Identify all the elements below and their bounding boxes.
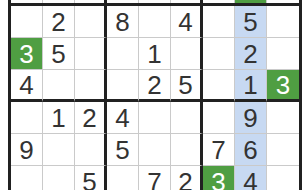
cell-r1c2[interactable]: 2: [43, 6, 75, 38]
cell-r1c5[interactable]: [139, 6, 171, 38]
cell-r3c2[interactable]: [43, 70, 75, 102]
cell-r3c9[interactable]: 3: [267, 70, 299, 102]
cell-r4c3[interactable]: 2: [75, 102, 107, 134]
cell-r2c8[interactable]: 2: [235, 38, 267, 70]
cell-r3c7[interactable]: [203, 70, 235, 102]
cell-r3c8[interactable]: 1: [235, 70, 267, 102]
cell-r4c6[interactable]: [171, 102, 203, 134]
cell-r4c2[interactable]: 1: [43, 102, 75, 134]
cell-r4c5[interactable]: [139, 102, 171, 134]
cell-r3c6[interactable]: 5: [171, 70, 203, 102]
cell-r5c6[interactable]: [171, 134, 203, 166]
cell-r5c5[interactable]: [139, 134, 171, 166]
cell-r3c3[interactable]: [75, 70, 107, 102]
cell-r2c6[interactable]: [171, 38, 203, 70]
cell-r4c9[interactable]: [267, 102, 299, 134]
cell-r1c4[interactable]: 8: [107, 6, 139, 38]
cell-r1c9[interactable]: [267, 6, 299, 38]
cell-r1c1[interactable]: [11, 6, 43, 38]
cell-r2c5[interactable]: 1: [139, 38, 171, 70]
cell-r6c9[interactable]: [267, 166, 299, 190]
cell-r3c4[interactable]: [107, 70, 139, 102]
cell-r5c1[interactable]: 9: [11, 134, 43, 166]
cell-r1c3[interactable]: [75, 6, 107, 38]
cell-r6c4[interactable]: [107, 166, 139, 190]
cell-r5c7[interactable]: 7: [203, 134, 235, 166]
cell-r6c1[interactable]: [11, 166, 43, 190]
sudoku-screen: 28453512425131249957657234: [0, 0, 304, 190]
cell-r5c3[interactable]: [75, 134, 107, 166]
cell-r5c9[interactable]: [267, 134, 299, 166]
cell-r1c7[interactable]: [203, 6, 235, 38]
cell-r5c8[interactable]: 6: [235, 134, 267, 166]
cell-r6c7[interactable]: 3: [203, 166, 235, 190]
cell-r2c1[interactable]: 3: [11, 38, 43, 70]
cell-r2c4[interactable]: [107, 38, 139, 70]
cell-r3c5[interactable]: 2: [139, 70, 171, 102]
cell-r6c5[interactable]: 7: [139, 166, 171, 190]
cell-r2c3[interactable]: [75, 38, 107, 70]
cell-r3c1[interactable]: 4: [11, 70, 43, 102]
cell-r6c3[interactable]: 5: [75, 166, 107, 190]
sudoku-board: 28453512425131249957657234: [8, 6, 302, 190]
cell-r6c6[interactable]: 2: [171, 166, 203, 190]
cell-r1c8[interactable]: 5: [235, 6, 267, 38]
cell-r2c9[interactable]: [267, 38, 299, 70]
cell-r4c8[interactable]: 9: [235, 102, 267, 134]
cell-r4c1[interactable]: [11, 102, 43, 134]
cell-r6c8[interactable]: 4: [235, 166, 267, 190]
cell-r1c6[interactable]: 4: [171, 6, 203, 38]
cell-r4c7[interactable]: [203, 102, 235, 134]
cell-r2c7[interactable]: [203, 38, 235, 70]
cell-r4c4[interactable]: 4: [107, 102, 139, 134]
cell-r5c4[interactable]: 5: [107, 134, 139, 166]
cell-r6c2[interactable]: [43, 166, 75, 190]
cell-r5c2[interactable]: [43, 134, 75, 166]
cell-r2c2[interactable]: 5: [43, 38, 75, 70]
